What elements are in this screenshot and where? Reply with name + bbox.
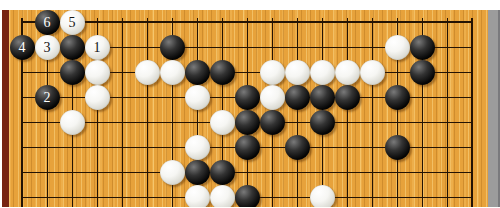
stone-black[interactable]: [285, 135, 310, 160]
stone-black[interactable]: [310, 110, 335, 135]
stone-black[interactable]: [410, 60, 435, 85]
stone-white[interactable]: [310, 185, 335, 208]
board-left-edge: [2, 10, 9, 207]
stone-black-move-2[interactable]: 2: [35, 85, 60, 110]
stone-black[interactable]: [210, 60, 235, 85]
stone-black[interactable]: [410, 35, 435, 60]
stone-white[interactable]: [60, 110, 85, 135]
stone-black[interactable]: [235, 85, 260, 110]
stone-white[interactable]: [185, 135, 210, 160]
stone-black[interactable]: [285, 85, 310, 110]
stone-black[interactable]: [60, 35, 85, 60]
stone-black[interactable]: [385, 135, 410, 160]
stone-black[interactable]: [185, 160, 210, 185]
stone-white[interactable]: [160, 160, 185, 185]
stone-white[interactable]: [335, 60, 360, 85]
go-board[interactable]: 654312: [9, 10, 488, 207]
stone-white[interactable]: [85, 85, 110, 110]
grid-line-horizontal: [21, 172, 473, 173]
stone-black[interactable]: [310, 85, 335, 110]
stone-white-move-1[interactable]: 1: [85, 35, 110, 60]
grid-line-horizontal: [21, 21, 473, 23]
stone-black[interactable]: [160, 35, 185, 60]
stone-white-move-3[interactable]: 3: [35, 35, 60, 60]
stone-black[interactable]: [235, 135, 260, 160]
stone-black[interactable]: [60, 60, 85, 85]
stone-white[interactable]: [310, 60, 335, 85]
stone-black[interactable]: [335, 85, 360, 110]
stone-black[interactable]: [235, 110, 260, 135]
stone-white[interactable]: [210, 185, 235, 208]
stone-move-number: 3: [44, 35, 51, 60]
stone-move-number: 6: [44, 10, 51, 35]
stone-black-move-4[interactable]: 4: [10, 35, 35, 60]
stone-white[interactable]: [210, 110, 235, 135]
stone-move-number: 2: [44, 85, 51, 110]
stone-black[interactable]: [260, 110, 285, 135]
stone-black[interactable]: [235, 185, 260, 208]
stone-white[interactable]: [260, 85, 285, 110]
stone-black[interactable]: [185, 60, 210, 85]
stone-white-move-5[interactable]: 5: [60, 10, 85, 35]
stone-white[interactable]: [185, 85, 210, 110]
stone-white[interactable]: [85, 60, 110, 85]
stone-black[interactable]: [210, 160, 235, 185]
stone-white[interactable]: [135, 60, 160, 85]
stone-black-move-6[interactable]: 6: [35, 10, 60, 35]
stone-black[interactable]: [385, 85, 410, 110]
stone-white[interactable]: [260, 60, 285, 85]
stone-move-number: 5: [69, 10, 76, 35]
stone-move-number: 4: [19, 35, 26, 60]
go-board-screenshot: 654312: [0, 0, 500, 207]
board-right-edge: [488, 10, 500, 207]
stone-white[interactable]: [185, 185, 210, 208]
stone-white[interactable]: [360, 60, 385, 85]
stone-white[interactable]: [385, 35, 410, 60]
stone-white[interactable]: [160, 60, 185, 85]
stone-white[interactable]: [285, 60, 310, 85]
stone-move-number: 1: [94, 35, 101, 60]
